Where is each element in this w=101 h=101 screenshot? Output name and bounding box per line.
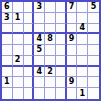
sudoku-cell-r9c8[interactable]: 1 <box>77 88 88 99</box>
sudoku-cell-r4c9[interactable] <box>88 34 99 45</box>
sudoku-cell-r3c1[interactable] <box>2 24 13 35</box>
sudoku-cell-r3c4[interactable] <box>34 24 45 35</box>
sudoku-cell-r5c9[interactable] <box>88 45 99 56</box>
sudoku-cell-r8c5[interactable] <box>45 77 56 88</box>
sudoku-cell-r8c8[interactable] <box>77 77 88 88</box>
sudoku-cell-r7c3[interactable] <box>24 67 35 78</box>
sudoku-cell-r4c5[interactable]: 8 <box>45 34 56 45</box>
sudoku-cell-r3c7[interactable] <box>67 24 78 35</box>
sudoku-cell-r1c3[interactable] <box>24 2 35 13</box>
sudoku-cell-r3c3[interactable] <box>24 24 35 35</box>
sudoku-cell-r1c7[interactable]: 7 <box>67 2 78 13</box>
sudoku-cell-r7c4[interactable]: 4 <box>34 67 45 78</box>
sudoku-cell-r4c1[interactable] <box>2 34 13 45</box>
sudoku-cell-r8c3[interactable] <box>24 77 35 88</box>
sudoku-cell-r7c2[interactable] <box>13 67 24 78</box>
sudoku-cell-r6c6[interactable] <box>56 56 67 67</box>
sudoku-cell-r8c7[interactable]: 9 <box>67 77 78 88</box>
sudoku-cell-r4c2[interactable] <box>13 34 24 45</box>
sudoku-cell-r3c5[interactable] <box>45 24 56 35</box>
sudoku-cell-r9c3[interactable] <box>24 88 35 99</box>
sudoku-cell-r8c9[interactable] <box>88 77 99 88</box>
sudoku-cell-r4c4[interactable]: 4 <box>34 34 45 45</box>
sudoku-cell-r6c8[interactable] <box>77 56 88 67</box>
sudoku-cell-r9c5[interactable] <box>45 88 56 99</box>
sudoku-cell-r1c5[interactable] <box>45 2 56 13</box>
sudoku-cell-r5c8[interactable] <box>77 45 88 56</box>
sudoku-cell-r6c5[interactable] <box>45 56 56 67</box>
sudoku-cell-r2c7[interactable] <box>67 13 78 24</box>
sudoku-cell-r1c9[interactable]: 5 <box>88 2 99 13</box>
sudoku-cell-r8c2[interactable] <box>13 77 24 88</box>
sudoku-cell-r9c2[interactable] <box>13 88 24 99</box>
sudoku-cell-r1c8[interactable] <box>77 2 88 13</box>
sudoku-cell-r7c1[interactable] <box>2 67 13 78</box>
sudoku-cell-r3c8[interactable]: 4 <box>77 24 88 35</box>
sudoku-cell-r1c4[interactable]: 3 <box>34 2 45 13</box>
sudoku-cell-r2c1[interactable]: 3 <box>2 13 13 24</box>
sudoku-cell-r6c2[interactable]: 2 <box>13 56 24 67</box>
sudoku-cell-r9c1[interactable] <box>2 88 13 99</box>
sudoku-cell-r2c3[interactable] <box>24 13 35 24</box>
sudoku-cell-r5c4[interactable]: 5 <box>34 45 45 56</box>
sudoku-cell-r6c3[interactable] <box>24 56 35 67</box>
sudoku-cell-r4c8[interactable] <box>77 34 88 45</box>
sudoku-cell-r3c6[interactable] <box>56 24 67 35</box>
sudoku-cell-r1c2[interactable] <box>13 2 24 13</box>
sudoku-cell-r2c2[interactable]: 1 <box>13 13 24 24</box>
sudoku-cell-r5c5[interactable] <box>45 45 56 56</box>
sudoku-cell-r7c9[interactable] <box>88 67 99 78</box>
sudoku-cell-r8c4[interactable] <box>34 77 45 88</box>
sudoku-board: 63753144895242191 <box>0 0 101 101</box>
sudoku-cell-r1c1[interactable]: 6 <box>2 2 13 13</box>
sudoku-cell-r4c3[interactable] <box>24 34 35 45</box>
sudoku-cell-r8c6[interactable] <box>56 77 67 88</box>
sudoku-cell-r6c7[interactable] <box>67 56 78 67</box>
sudoku-cell-r9c4[interactable] <box>34 88 45 99</box>
sudoku-cell-r1c6[interactable] <box>56 2 67 13</box>
sudoku-cell-r2c8[interactable] <box>77 13 88 24</box>
sudoku-cell-r3c9[interactable] <box>88 24 99 35</box>
sudoku-cell-r6c9[interactable] <box>88 56 99 67</box>
sudoku-cell-r2c9[interactable] <box>88 13 99 24</box>
sudoku-cell-r6c1[interactable] <box>2 56 13 67</box>
sudoku-cell-r4c7[interactable]: 9 <box>67 34 78 45</box>
sudoku-cell-r5c6[interactable] <box>56 45 67 56</box>
sudoku-cell-r9c9[interactable] <box>88 88 99 99</box>
sudoku-cell-r5c7[interactable] <box>67 45 78 56</box>
sudoku-cell-r2c4[interactable] <box>34 13 45 24</box>
sudoku-cell-r7c5[interactable]: 2 <box>45 67 56 78</box>
sudoku-cell-r6c4[interactable] <box>34 56 45 67</box>
sudoku-cell-r7c8[interactable] <box>77 67 88 78</box>
sudoku-cell-r5c3[interactable] <box>24 45 35 56</box>
sudoku-cell-r8c1[interactable]: 1 <box>2 77 13 88</box>
sudoku-cell-r7c6[interactable] <box>56 67 67 78</box>
sudoku-cell-r5c2[interactable] <box>13 45 24 56</box>
sudoku-cell-r4c6[interactable] <box>56 34 67 45</box>
sudoku-cell-r7c7[interactable] <box>67 67 78 78</box>
sudoku-cell-r2c6[interactable] <box>56 13 67 24</box>
sudoku-cell-r2c5[interactable] <box>45 13 56 24</box>
sudoku-cell-r5c1[interactable] <box>2 45 13 56</box>
sudoku-cell-r9c6[interactable] <box>56 88 67 99</box>
sudoku-cell-r3c2[interactable] <box>13 24 24 35</box>
sudoku-cell-r9c7[interactable] <box>67 88 78 99</box>
